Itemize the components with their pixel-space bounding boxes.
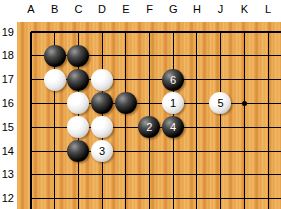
row-label-18: 18 (0, 49, 14, 62)
intersection-grid: 615243 (19, 20, 280, 209)
stone-C18[interactable] (67, 45, 89, 67)
stone-E16[interactable] (115, 92, 137, 114)
stone-C14[interactable] (67, 140, 89, 162)
row-label-14: 14 (0, 145, 14, 158)
stone-D16[interactable] (91, 92, 113, 114)
col-label-C: C (70, 3, 86, 16)
stone-G16-move-1[interactable]: 1 (162, 92, 184, 114)
col-label-H: H (189, 3, 205, 16)
col-label-E: E (118, 3, 134, 16)
go-board-diagram: ABCDEFGHJKL 1918171615141312 615243 (0, 0, 281, 209)
row-label-17: 17 (0, 73, 14, 86)
row-label-19: 19 (0, 26, 14, 39)
star-point-K16 (242, 101, 247, 106)
stone-D14-move-3[interactable]: 3 (91, 140, 113, 162)
col-label-D: D (94, 3, 110, 16)
col-label-K: K (236, 3, 252, 16)
col-label-G: G (165, 3, 181, 16)
stone-F15-move-2[interactable]: 2 (138, 116, 160, 138)
row-label-16: 16 (0, 97, 14, 110)
stone-C15[interactable] (67, 116, 89, 138)
stone-B17[interactable] (44, 69, 66, 91)
col-label-A: A (23, 3, 39, 16)
row-label-13: 13 (0, 168, 14, 181)
stone-C16[interactable] (67, 92, 89, 114)
goban[interactable]: 615243 (17, 22, 281, 209)
stone-B18[interactable] (44, 45, 66, 67)
stone-J16-move-5[interactable]: 5 (209, 92, 231, 114)
stone-G15-move-4[interactable]: 4 (162, 116, 184, 138)
stone-C17[interactable] (67, 69, 89, 91)
stone-G17-move-6[interactable]: 6 (162, 69, 184, 91)
stone-D17[interactable] (91, 69, 113, 91)
row-label-12: 12 (0, 192, 14, 205)
row-label-15: 15 (0, 121, 14, 134)
stone-D15[interactable] (91, 116, 113, 138)
col-label-J: J (213, 3, 229, 16)
col-label-B: B (47, 3, 63, 16)
col-label-L: L (260, 3, 276, 16)
col-label-F: F (142, 3, 158, 16)
